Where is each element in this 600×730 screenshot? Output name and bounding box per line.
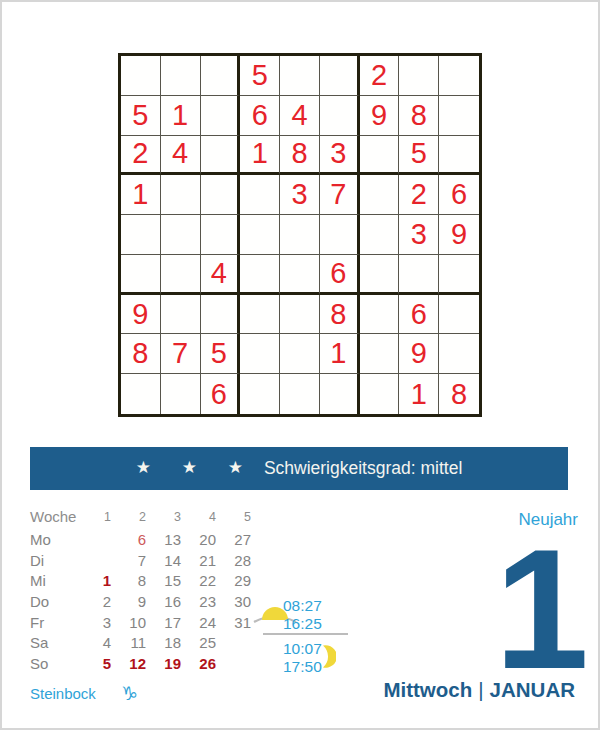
calendar-row-di: Di7142128 (30, 550, 251, 571)
date-separator: | (472, 678, 489, 701)
calendar-row-fr: Fr310172431 (30, 612, 251, 633)
sudoku-cell-r8c3[interactable]: 5 (201, 334, 241, 374)
moonrise-time: 10:07 (283, 640, 322, 658)
sudoku-cell-r1c2[interactable] (161, 56, 201, 96)
sudoku-cell-r5c1[interactable] (121, 215, 161, 255)
sudoku-cell-r1c9[interactable] (439, 56, 479, 96)
date-line: Mittwoch|JANUAR (383, 678, 575, 702)
calendar-date-10: 10 (111, 614, 146, 631)
sudoku-cell-r4c5[interactable]: 3 (280, 175, 320, 215)
difficulty-banner: ★ ★ ★ Schwierigkeitsgrad: mittel (30, 447, 568, 490)
calendar-date-17: 17 (146, 614, 181, 631)
calendar-date-31: 31 (216, 614, 251, 631)
calendar-date-26: 26 (181, 655, 216, 672)
sudoku-cell-r1c8[interactable] (399, 56, 439, 96)
sudoku-cell-r6c4[interactable] (240, 255, 280, 295)
weekday-label: Mittwoch (383, 678, 472, 701)
zodiac-label: Steinbock (30, 685, 96, 702)
sudoku-cell-r9c7[interactable] (360, 374, 400, 414)
calendar-date-25: 25 (181, 634, 216, 651)
calendar-date-15: 15 (146, 572, 181, 589)
sudoku-cell-r6c8[interactable] (399, 255, 439, 295)
sudoku-cell-r8c6[interactable]: 1 (320, 334, 360, 374)
calendar-date-24: 24 (181, 614, 216, 631)
sudoku-cell-r4c6[interactable]: 7 (320, 175, 360, 215)
day-number: 1 (494, 524, 587, 694)
week-number-2: 2 (111, 510, 146, 524)
calendar-date-29: 29 (216, 572, 251, 589)
calendar-date-1: 1 (76, 572, 111, 589)
week-number-4: 4 (181, 510, 216, 524)
sudoku-cell-r2c1[interactable]: 5 (121, 96, 161, 136)
sudoku-cell-r2c7[interactable]: 9 (360, 96, 400, 136)
sudoku-cell-r6c7[interactable] (360, 255, 400, 295)
sudoku-cell-r5c5[interactable] (280, 215, 320, 255)
sudoku-cell-r2c3[interactable] (201, 96, 241, 136)
sudoku-cell-r7c1[interactable]: 9 (121, 295, 161, 335)
sudoku-cell-r3c7[interactable] (360, 136, 400, 176)
weekday-abbrev: Do (30, 593, 76, 610)
calendar-date-27: 27 (216, 531, 251, 548)
sudoku-cell-r1c5[interactable] (280, 56, 320, 96)
sudoku-cell-r7c3[interactable] (201, 295, 241, 335)
sudoku-cell-r4c2[interactable] (161, 175, 201, 215)
moonset-time: 17:50 (283, 658, 322, 676)
sudoku-cell-r9c5[interactable] (280, 374, 320, 414)
sudoku-board[interactable]: 5251649824183513726394698687519618 (118, 53, 482, 417)
calendar-row-so: So5121926 (30, 653, 251, 674)
sudoku-cell-r7c2[interactable] (161, 295, 201, 335)
calendar-date-30: 30 (216, 593, 251, 610)
sudoku-cell-r8c1[interactable]: 8 (121, 334, 161, 374)
calendar-row-sa: Sa4111825 (30, 632, 251, 653)
week-number-5: 5 (216, 510, 251, 524)
weekday-abbrev: Sa (30, 634, 76, 651)
calendar-date-22: 22 (181, 572, 216, 589)
sudoku-cell-r8c4[interactable] (240, 334, 280, 374)
sudoku-cell-r6c1[interactable] (121, 255, 161, 295)
calendar-row-mo: Mo6132027 (30, 529, 251, 550)
sudoku-cell-r4c3[interactable] (201, 175, 241, 215)
sun-times: 08:27 16:25 (283, 597, 322, 632)
sudoku-cell-r7c7[interactable] (360, 295, 400, 335)
sudoku-cell-r2c9[interactable] (439, 96, 479, 136)
weekday-abbrev: So (30, 655, 76, 672)
sunset-time: 16:25 (283, 615, 322, 633)
sudoku-cell-r9c9[interactable]: 8 (439, 374, 479, 414)
sudoku-cell-r3c6[interactable]: 3 (320, 136, 360, 176)
calendar-date-7: 7 (111, 552, 146, 569)
sudoku-cell-r4c9[interactable]: 6 (439, 175, 479, 215)
sudoku-cell-r7c6[interactable]: 8 (320, 295, 360, 335)
sudoku-cell-r5c6[interactable] (320, 215, 360, 255)
sudoku-cell-r8c7[interactable] (360, 334, 400, 374)
sudoku-cell-r8c5[interactable] (280, 334, 320, 374)
sudoku-cell-r5c8[interactable]: 3 (399, 215, 439, 255)
weekday-abbrev: Fr (30, 614, 76, 631)
sudoku-cell-r5c3[interactable] (201, 215, 241, 255)
sudoku-cell-r9c3[interactable]: 6 (201, 374, 241, 414)
calendar-date-6: 6 (111, 531, 146, 548)
sudoku-cell-r9c2[interactable] (161, 374, 201, 414)
calendar-date-23: 23 (181, 593, 216, 610)
calendar-date-12: 12 (111, 655, 146, 672)
sudoku-cell-r6c5[interactable] (280, 255, 320, 295)
calendar-date-2: 2 (76, 593, 111, 610)
month-calendar: Woche12345Mo6132027Di7142128Mi18152229Do… (30, 504, 251, 674)
calendar-date-4: 4 (76, 634, 111, 651)
calendar-date-9: 9 (111, 593, 146, 610)
sudoku-cell-r3c3[interactable] (201, 136, 241, 176)
sudoku-cell-r6c6[interactable]: 6 (320, 255, 360, 295)
calendar-date-3: 3 (76, 614, 111, 631)
calendar-date-28: 28 (216, 552, 251, 569)
calendar-date-16: 16 (146, 593, 181, 610)
sudoku-cell-r5c2[interactable] (161, 215, 201, 255)
sudoku-cell-r9c6[interactable] (320, 374, 360, 414)
sudoku-cell-r1c6[interactable] (320, 56, 360, 96)
sudoku-cell-r4c1[interactable]: 1 (121, 175, 161, 215)
month-label: JANUAR (490, 678, 575, 701)
sudoku-cell-r2c8[interactable]: 8 (399, 96, 439, 136)
sudoku-cell-r3c2[interactable]: 4 (161, 136, 201, 176)
sudoku-cell-r4c7[interactable] (360, 175, 400, 215)
calendar-date-8: 8 (111, 572, 146, 589)
calendar-row-do: Do29162330 (30, 591, 251, 612)
week-header-label: Woche (30, 508, 76, 525)
calendar-date-5: 5 (76, 655, 111, 672)
sudoku-cell-r1c3[interactable] (201, 56, 241, 96)
sudoku-cell-r5c4[interactable] (240, 215, 280, 255)
calendar-date-18: 18 (146, 634, 181, 651)
sudoku-cell-r8c9[interactable] (439, 334, 479, 374)
weekday-abbrev: Di (30, 552, 76, 569)
sudoku-cell-r9c1[interactable] (121, 374, 161, 414)
sudoku-cell-r3c8[interactable]: 5 (399, 136, 439, 176)
calendar-date-19: 19 (146, 655, 181, 672)
sudoku-cell-r5c9[interactable]: 9 (439, 215, 479, 255)
sudoku-cell-r8c8[interactable]: 9 (399, 334, 439, 374)
astro-divider (263, 633, 348, 635)
moon-icon (321, 644, 336, 669)
sudoku-cell-r4c4[interactable] (240, 175, 280, 215)
sudoku-cell-r5c7[interactable] (360, 215, 400, 255)
sudoku-cell-r2c4[interactable]: 6 (240, 96, 280, 136)
sudoku-cell-r7c8[interactable]: 6 (399, 295, 439, 335)
sudoku-cell-r1c1[interactable] (121, 56, 161, 96)
sudoku-cell-r4c8[interactable]: 2 (399, 175, 439, 215)
sunrise-time: 08:27 (283, 597, 322, 615)
weekday-abbrev: Mo (30, 531, 76, 548)
moon-times: 10:07 17:50 (283, 640, 322, 675)
calendar-header-row: Woche12345 (30, 504, 251, 529)
calendar-date-21: 21 (181, 552, 216, 569)
zodiac-row: Steinbock ♑ (30, 684, 138, 703)
sudoku-cell-r6c9[interactable] (439, 255, 479, 295)
week-number-1: 1 (76, 510, 111, 524)
calendar-date-11: 11 (111, 634, 146, 651)
difficulty-stars-icon: ★ ★ ★ (136, 457, 256, 478)
sudoku-cell-r9c8[interactable]: 1 (399, 374, 439, 414)
sudoku-cell-r2c5[interactable]: 4 (280, 96, 320, 136)
calendar-date-20: 20 (181, 531, 216, 548)
capricorn-icon: ♑ (121, 684, 138, 703)
sudoku-cell-r3c9[interactable] (439, 136, 479, 176)
calendar-date-14: 14 (146, 552, 181, 569)
sudoku-cell-r3c5[interactable]: 8 (280, 136, 320, 176)
sudoku-cell-r1c7[interactable]: 2 (360, 56, 400, 96)
calendar-date-13: 13 (146, 531, 181, 548)
calendar-row-mi: Mi18152229 (30, 570, 251, 591)
difficulty-label: Schwierigkeitsgrad: mittel (264, 458, 462, 479)
sudoku-cell-r2c2[interactable]: 1 (161, 96, 201, 136)
sudoku-cell-r6c3[interactable]: 4 (201, 255, 241, 295)
astro-panel: 08:27 16:25 10:07 17:50 (252, 597, 362, 677)
week-number-3: 3 (146, 510, 181, 524)
sudoku-cell-r9c4[interactable] (240, 374, 280, 414)
sudoku-cell-r6c2[interactable] (161, 255, 201, 295)
sudoku-cell-r7c9[interactable] (439, 295, 479, 335)
sudoku-cell-r8c2[interactable]: 7 (161, 334, 201, 374)
sudoku-cell-r3c4[interactable]: 1 (240, 136, 280, 176)
sudoku-cell-r7c5[interactable] (280, 295, 320, 335)
sudoku-cell-r1c4[interactable]: 5 (240, 56, 280, 96)
sudoku-cell-r2c6[interactable] (320, 96, 360, 136)
sudoku-cell-r3c1[interactable]: 2 (121, 136, 161, 176)
sudoku-cell-r7c4[interactable] (240, 295, 280, 335)
weekday-abbrev: Mi (30, 572, 76, 589)
